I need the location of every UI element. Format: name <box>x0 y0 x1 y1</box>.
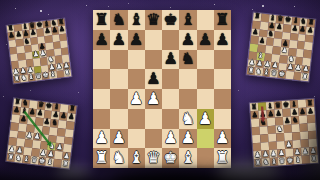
black-pawn: ♟ <box>30 29 37 37</box>
square-c7[interactable]: ♟ <box>266 110 275 119</box>
square-h1[interactable]: ♜ <box>63 69 71 77</box>
square-b1[interactable]: ♞ <box>262 158 271 167</box>
square-f6[interactable]: ♞ <box>291 116 300 125</box>
mini-board-top-left[interactable]: ♜♝♛♚♝♞♜♟♟♟♟♟♟♟♞♟♟♟♞♟♟♟♟♟♟♜♞♝♛♚♝♜ <box>6 18 73 85</box>
square-h1[interactable]: ♜ <box>61 160 70 169</box>
square-a7[interactable]: ♟ <box>250 111 259 120</box>
white-bishop: ♝ <box>28 74 35 82</box>
black-knight: ♞ <box>23 38 30 46</box>
black-pawn: ♟ <box>15 31 22 39</box>
square-h7[interactable]: ♟ <box>306 27 315 36</box>
white-bishop: ♝ <box>49 71 56 79</box>
square-e3[interactable] <box>162 109 179 129</box>
square-e2[interactable]: ♟ <box>162 129 179 149</box>
square-h1[interactable]: ♜ <box>214 148 231 168</box>
square-e8[interactable]: ♚ <box>282 101 291 110</box>
square-d7[interactable]: ♟ <box>29 29 37 37</box>
black-knight: ♞ <box>51 119 58 127</box>
black-king: ♚ <box>284 17 291 25</box>
white-rook: ♜ <box>13 75 20 83</box>
white-king: ♚ <box>278 70 285 78</box>
square-g6[interactable] <box>197 50 214 70</box>
white-queen: ♛ <box>146 150 160 166</box>
square-h3[interactable] <box>214 109 231 129</box>
square-b6[interactable] <box>110 50 127 70</box>
white-pawn: ♟ <box>215 130 229 146</box>
black-pawn: ♟ <box>215 31 229 47</box>
square-f1[interactable]: ♝ <box>294 156 303 165</box>
white-bishop: ♝ <box>23 155 30 163</box>
black-knight: ♞ <box>260 119 267 126</box>
black-pawn: ♟ <box>252 28 259 36</box>
square-b2[interactable]: ♟ <box>110 129 127 149</box>
white-rook: ♜ <box>310 155 317 162</box>
white-queen: ♛ <box>31 156 38 164</box>
white-pawn: ♟ <box>56 63 63 71</box>
black-pawn: ♟ <box>276 23 283 31</box>
square-a1[interactable]: ♜ <box>254 159 263 168</box>
square-f4[interactable] <box>179 89 196 109</box>
white-pawn: ♟ <box>285 141 292 148</box>
square-d2[interactable] <box>145 129 162 149</box>
square-g5[interactable] <box>197 69 214 89</box>
white-knight: ♞ <box>112 150 126 166</box>
white-bishop: ♝ <box>129 150 143 166</box>
square-d1[interactable]: ♛ <box>145 148 162 168</box>
square-a4[interactable] <box>93 89 110 109</box>
mini-board-bottom-left-grid: ♜♞♛♚♝♜♟♝♟♟♟♟♟♟♟♞♟♟♞♟♟♟♟♟♟♜♞♝♛♚♝♜ <box>6 98 76 168</box>
black-pawn: ♟ <box>8 32 15 40</box>
white-pawn: ♟ <box>163 130 177 146</box>
black-pawn: ♟ <box>51 27 58 35</box>
white-pawn: ♟ <box>287 64 294 72</box>
black-king: ♚ <box>283 101 290 108</box>
mini-board-top-left-grid: ♜♝♛♚♝♞♜♟♟♟♟♟♟♟♞♟♟♟♞♟♟♟♟♟♟♜♞♝♛♚♝♜ <box>7 19 72 84</box>
black-rook: ♜ <box>254 13 261 21</box>
black-knight: ♞ <box>292 116 299 123</box>
square-b6[interactable]: ♞ <box>259 118 268 127</box>
white-king: ♚ <box>39 157 46 165</box>
square-b3[interactable] <box>110 109 127 129</box>
white-pawn: ♟ <box>39 50 46 58</box>
white-rook: ♜ <box>7 154 14 162</box>
square-h2[interactable]: ♟ <box>214 129 231 149</box>
white-pawn: ♟ <box>26 132 33 140</box>
black-king: ♚ <box>36 21 43 29</box>
white-queen: ♛ <box>35 73 42 81</box>
square-e4[interactable]: ♟ <box>39 50 47 58</box>
square-g7[interactable]: ♟ <box>298 107 307 116</box>
foreground-blur-blob-center <box>110 170 240 180</box>
square-e7[interactable] <box>162 30 179 50</box>
square-f2[interactable]: ♟ <box>179 129 196 149</box>
black-knight: ♞ <box>267 30 274 38</box>
black-king: ♚ <box>163 12 177 28</box>
white-king: ♚ <box>42 72 49 80</box>
square-h6[interactable] <box>214 50 231 70</box>
white-bishop: ♝ <box>46 158 53 166</box>
black-pawn: ♟ <box>259 37 266 45</box>
square-b8[interactable]: ♞ <box>110 10 127 30</box>
square-h1[interactable]: ♜ <box>310 155 319 164</box>
square-a1[interactable]: ♜ <box>93 148 110 168</box>
square-a7[interactable]: ♟ <box>93 30 110 50</box>
black-pawn: ♟ <box>13 107 20 115</box>
square-c8[interactable]: ♝ <box>128 10 145 30</box>
white-pawn: ♟ <box>34 133 41 141</box>
square-g8[interactable] <box>197 10 214 30</box>
square-a6[interactable] <box>93 50 110 70</box>
black-pawn: ♟ <box>163 51 177 67</box>
square-c6[interactable] <box>128 50 145 70</box>
black-pawn: ♟ <box>299 108 306 115</box>
square-g4[interactable] <box>197 89 214 109</box>
square-h1[interactable]: ♜ <box>301 73 310 82</box>
square-c6[interactable]: ♞ <box>23 37 31 45</box>
mini-board-top-right-grid: ♜♝♛♚♝♞♜♟♟♟♟♟♟♞♟♟♟♝♞♟♟♟♟♟♟♟♜♞♝♛♚♜ <box>247 13 316 82</box>
white-bishop: ♝ <box>271 158 278 165</box>
square-e6[interactable]: ♟ <box>283 116 292 125</box>
square-f6[interactable]: ♞ <box>179 50 196 70</box>
black-pawn: ♟ <box>112 31 126 47</box>
square-e3[interactable]: ♟ <box>285 140 294 149</box>
square-c7[interactable]: ♟ <box>128 30 145 50</box>
square-d5[interactable]: ♞ <box>275 125 284 134</box>
square-f5[interactable] <box>179 69 196 89</box>
white-bishop: ♝ <box>263 69 270 77</box>
square-g2[interactable]: ♟ <box>301 147 310 156</box>
black-pawn: ♟ <box>181 31 195 47</box>
square-a2[interactable]: ♟ <box>93 129 110 149</box>
white-pawn: ♟ <box>129 91 143 107</box>
square-f8[interactable]: ♝ <box>179 10 196 30</box>
black-rook: ♜ <box>94 12 108 28</box>
mini-board-bottom-right[interactable]: ♜♝♛♚♝♜♟♟♟♟♟♟♟♞♟♞♞♟♟♟♟♟♟♟♟♜♞♝♛♚♝♜ <box>249 98 319 168</box>
white-pawn: ♟ <box>56 144 63 152</box>
white-rook: ♜ <box>94 150 108 166</box>
white-pawn: ♟ <box>112 130 126 146</box>
black-pawn: ♟ <box>275 109 282 116</box>
white-knight: ♞ <box>15 154 22 162</box>
chess-thumbnail-scene: ♜♞♝♛♚♝♜♟♟♟♟♟♟♟♞♟♟♟♞♟♟♟♟♟♟♜♞♝♛♚♝♜ ♜♝♛♚♝♞♜… <box>0 0 320 180</box>
square-b5[interactable] <box>110 69 127 89</box>
black-pawn: ♟ <box>20 115 27 123</box>
white-pawn: ♟ <box>198 110 212 126</box>
white-pawn: ♟ <box>181 130 195 146</box>
white-rook: ♜ <box>247 67 254 75</box>
black-pawn: ♟ <box>291 25 298 33</box>
black-queen: ♛ <box>146 12 160 28</box>
black-pawn: ♟ <box>44 28 51 36</box>
square-e1[interactable]: ♚ <box>286 156 295 165</box>
square-f1[interactable]: ♝ <box>179 148 196 168</box>
square-e1[interactable]: ♚ <box>162 148 179 168</box>
black-bishop: ♝ <box>181 12 195 28</box>
white-knight: ♞ <box>181 110 195 126</box>
square-a5[interactable] <box>93 69 110 89</box>
white-rook: ♜ <box>215 150 229 166</box>
white-pawn: ♟ <box>302 148 309 155</box>
square-g2[interactable] <box>197 129 214 149</box>
square-d5[interactable]: ♟ <box>145 69 162 89</box>
square-c2[interactable] <box>128 129 145 149</box>
square-d7[interactable] <box>145 30 162 50</box>
square-h7[interactable]: ♟ <box>58 26 66 34</box>
black-pawn: ♟ <box>60 112 67 120</box>
square-a8[interactable]: ♜ <box>93 10 110 30</box>
mini-board-top-right[interactable]: ♜♝♛♚♝♞♜♟♟♟♟♟♟♞♟♟♟♝♞♟♟♟♟♟♟♟♜♞♝♛♚♜ <box>246 12 317 83</box>
square-c4[interactable]: ♟ <box>128 89 145 109</box>
white-rook: ♜ <box>255 159 262 166</box>
square-g1[interactable] <box>197 148 214 168</box>
square-d1[interactable]: ♛ <box>278 157 287 166</box>
black-pawn: ♟ <box>29 109 36 117</box>
main-board-grid: ♜♞♝♛♚♝♜♟♟♟♟♟♟♟♞♟♟♟♞♟♟♟♟♟♟♜♞♝♛♚♝♜ <box>93 10 231 168</box>
square-c1[interactable]: ♝ <box>270 157 279 166</box>
white-pawn: ♟ <box>32 51 39 59</box>
black-pawn: ♟ <box>307 27 314 35</box>
square-e5[interactable] <box>162 69 179 89</box>
black-king: ♚ <box>45 103 52 111</box>
square-e8[interactable]: ♚ <box>162 10 179 30</box>
white-knight: ♞ <box>263 158 270 165</box>
black-knight: ♞ <box>112 12 126 28</box>
square-h5[interactable] <box>214 69 231 89</box>
square-c3[interactable] <box>128 109 145 129</box>
bright-stars-backdrop <box>0 0 2 2</box>
black-pawn: ♟ <box>251 111 258 118</box>
white-king: ♚ <box>287 157 294 164</box>
square-f7[interactable]: ♟ <box>179 30 196 50</box>
white-knight: ♞ <box>276 125 283 132</box>
square-e4[interactable] <box>162 89 179 109</box>
white-king: ♚ <box>163 150 177 166</box>
square-d8[interactable]: ♛ <box>145 10 162 30</box>
black-pawn: ♟ <box>267 110 274 117</box>
black-rook: ♜ <box>215 12 229 28</box>
black-pawn: ♟ <box>58 26 65 34</box>
square-g3[interactable]: ♟ <box>197 109 214 129</box>
square-g7[interactable]: ♟ <box>197 30 214 50</box>
square-h7[interactable]: ♟ <box>214 30 231 50</box>
white-rook: ♜ <box>301 73 308 81</box>
square-d4[interactable]: ♟ <box>145 89 162 109</box>
square-h4[interactable] <box>214 89 231 109</box>
white-pawn: ♟ <box>94 130 108 146</box>
square-d7[interactable]: ♟ <box>274 109 283 118</box>
square-b7[interactable]: ♟ <box>110 30 127 50</box>
white-pawn: ♟ <box>146 91 160 107</box>
square-a3[interactable] <box>93 109 110 129</box>
black-pawn: ♟ <box>284 117 291 124</box>
black-pawn: ♟ <box>146 71 160 87</box>
square-b1[interactable]: ♞ <box>110 148 127 168</box>
square-c5[interactable] <box>128 69 145 89</box>
mini-board-bottom-left[interactable]: ♜♞♛♚♝♜♟♝♟♟♟♟♟♟♟♞♟♟♞♟♟♟♟♟♟♜♞♝♛♚♝♜ <box>5 97 77 169</box>
white-queen: ♛ <box>279 157 286 164</box>
black-pawn: ♟ <box>94 31 108 47</box>
square-d6[interactable] <box>145 50 162 70</box>
black-knight: ♞ <box>181 51 195 67</box>
black-pawn: ♟ <box>36 109 43 117</box>
white-pawn: ♟ <box>295 64 302 72</box>
black-pawn: ♟ <box>43 118 50 126</box>
black-pawn: ♟ <box>307 107 314 114</box>
white-bishop: ♝ <box>295 156 302 163</box>
square-h7[interactable]: ♟ <box>67 113 76 122</box>
black-pawn: ♟ <box>198 31 212 47</box>
white-knight: ♞ <box>21 74 28 82</box>
square-h7[interactable]: ♟ <box>306 107 315 116</box>
black-bishop: ♝ <box>129 12 143 28</box>
white-rook: ♜ <box>64 69 71 77</box>
square-c1[interactable]: ♝ <box>128 148 145 168</box>
black-pawn: ♟ <box>299 26 306 34</box>
black-pawn: ♟ <box>68 113 75 121</box>
white-bishop: ♝ <box>181 150 195 166</box>
white-pawn: ♟ <box>281 47 288 55</box>
square-f3[interactable]: ♞ <box>179 109 196 129</box>
square-b4[interactable] <box>110 89 127 109</box>
black-pawn: ♟ <box>129 31 143 47</box>
square-d3[interactable] <box>145 109 162 129</box>
white-rook: ♜ <box>62 160 69 168</box>
white-knight: ♞ <box>255 68 262 76</box>
main-board[interactable]: ♜♞♝♛♚♝♜♟♟♟♟♟♟♟♞♟♟♟♞♟♟♟♟♟♟♜♞♝♛♚♝♜ <box>93 10 231 168</box>
white-queen: ♛ <box>271 70 278 78</box>
square-e6[interactable]: ♟ <box>162 50 179 70</box>
square-f1[interactable]: ♝ <box>49 71 57 79</box>
mini-board-bottom-right-grid: ♜♝♛♚♝♜♟♟♟♟♟♟♟♞♟♞♞♟♟♟♟♟♟♟♟♜♞♝♛♚♝♜ <box>250 99 318 167</box>
square-h8[interactable]: ♜ <box>214 10 231 30</box>
